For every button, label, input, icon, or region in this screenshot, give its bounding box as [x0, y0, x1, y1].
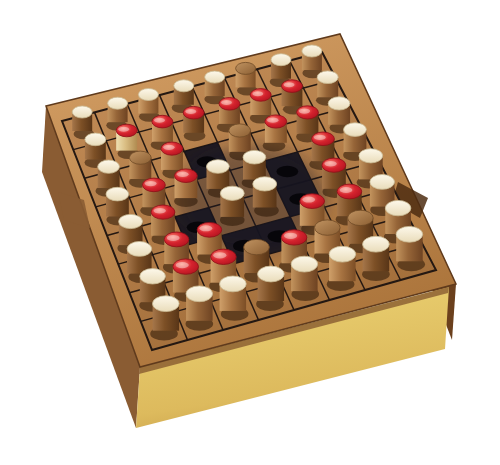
- peg-top: [138, 89, 158, 101]
- peg-top: [328, 97, 350, 110]
- peg-gloss: [221, 100, 232, 105]
- peg-top: [396, 226, 423, 242]
- peg-top: [253, 177, 277, 191]
- peg-top: [186, 286, 213, 302]
- peg-top: [205, 71, 225, 83]
- peg-gloss: [177, 172, 189, 177]
- peg-gloss: [167, 235, 180, 241]
- peg-top: [244, 239, 270, 254]
- peg-top: [127, 242, 152, 257]
- peg-top: [174, 80, 194, 92]
- product-photo-stage: [0, 0, 500, 465]
- peg-top: [153, 296, 180, 312]
- peg-gloss: [213, 252, 226, 258]
- peg-gloss: [284, 82, 295, 87]
- peg-gloss: [340, 187, 353, 193]
- peg-top: [220, 276, 247, 292]
- peg-top: [363, 236, 390, 252]
- peg-gloss: [252, 91, 263, 96]
- peg-gloss: [118, 127, 129, 132]
- peg-top: [129, 151, 151, 164]
- peg-r8c3-white[interactable]: [220, 276, 249, 321]
- peg-top: [140, 269, 166, 284]
- peg-r3c6-red[interactable]: [263, 115, 287, 152]
- peg-gloss: [176, 262, 189, 268]
- peg-top: [329, 246, 356, 262]
- peg-top: [229, 124, 251, 137]
- peg-top: [291, 256, 318, 272]
- peg-r8c7-white[interactable]: [362, 236, 390, 281]
- peg-top: [98, 160, 120, 173]
- peg-gloss: [154, 208, 166, 214]
- peg-r5c4-white[interactable]: [220, 186, 245, 226]
- peg-top: [315, 220, 341, 235]
- peg-top: [72, 106, 92, 118]
- peg-top: [119, 214, 143, 228]
- peg-top: [108, 97, 128, 109]
- peg-r8c8-white[interactable]: [396, 226, 425, 271]
- peg-r8c5-white[interactable]: [291, 256, 319, 301]
- peg-top: [220, 186, 244, 200]
- peg-r8c4-white[interactable]: [256, 266, 284, 311]
- peg-top: [207, 160, 230, 174]
- peg-gloss: [145, 181, 157, 186]
- peg-top: [85, 133, 106, 146]
- peg-r5c5-white[interactable]: [253, 177, 279, 217]
- peg-gloss: [302, 197, 315, 203]
- board-photo-svg: [0, 0, 500, 465]
- peg-top: [359, 149, 383, 163]
- peg-r8c1-white[interactable]: [150, 296, 179, 341]
- peg-gloss: [200, 225, 213, 231]
- peg-gloss: [267, 118, 278, 123]
- peg-gloss: [284, 233, 297, 239]
- peg-r8c6-white[interactable]: [327, 246, 356, 291]
- othello-board: [0, 0, 500, 465]
- peg-gloss: [163, 145, 174, 150]
- peg-top: [243, 150, 266, 164]
- peg-top: [106, 187, 129, 201]
- peg-top: [348, 210, 374, 225]
- peg-top: [302, 45, 322, 57]
- peg-gloss: [299, 109, 310, 114]
- peg-top: [271, 54, 291, 66]
- peg-gloss: [154, 118, 165, 123]
- peg-top: [258, 266, 285, 282]
- peg-top: [370, 175, 395, 190]
- peg-top: [344, 123, 367, 137]
- peg-top: [236, 62, 256, 74]
- peg-gloss: [324, 161, 336, 167]
- peg-r4c3-red[interactable]: [174, 169, 198, 207]
- peg-top: [317, 71, 338, 84]
- peg-r2c4-red[interactable]: [183, 106, 205, 141]
- empty-hole-r4c6[interactable]: [276, 166, 298, 177]
- peg-r8c2-white[interactable]: [186, 286, 214, 331]
- peg-top: [385, 200, 411, 215]
- peg-gloss: [314, 135, 326, 140]
- peg-gloss: [185, 109, 196, 114]
